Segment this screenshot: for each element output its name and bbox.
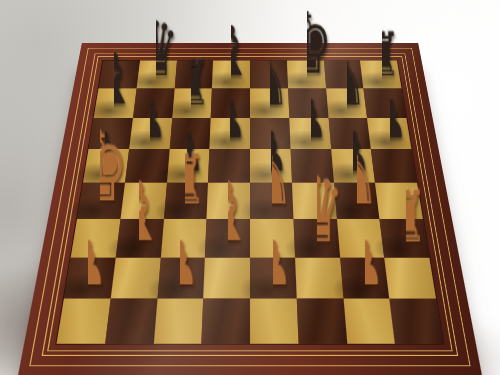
square-a2: ♟: [64, 257, 116, 299]
square-c7: ♜: [172, 88, 212, 117]
square-g2: ♟: [340, 257, 390, 299]
square-f1: [297, 299, 347, 344]
square-c4: ♜: [164, 183, 209, 219]
square-f6: ♟: [289, 118, 331, 149]
square-b1: [105, 299, 157, 344]
square-e1: [250, 299, 298, 344]
square-d8: ♝: [212, 61, 250, 89]
square-e7: ♞: [250, 88, 289, 117]
perspective-wrapper: ♛♝♚♜♝♜♞♞♟♟♟♟♟♟♟♟♚♜♞♞♝♝♛♜♟♟♟♟: [0, 0, 500, 375]
square-h2: [384, 257, 436, 299]
chess-board-frame: ♛♝♚♜♝♜♞♞♟♟♟♟♟♟♟♟♚♜♞♞♝♝♛♜♟♟♟♟: [18, 43, 482, 375]
square-c1: [153, 299, 203, 344]
square-e4: ♞: [250, 183, 293, 219]
square-b8: ♛: [136, 61, 176, 89]
board-grid: ♛♝♚♜♝♜♞♞♟♟♟♟♟♟♟♟♚♜♞♞♝♝♛♜♟♟♟♟: [57, 61, 444, 344]
square-h3: ♜: [380, 219, 430, 258]
square-d1: [202, 299, 250, 344]
square-d3: ♝: [205, 219, 250, 258]
square-c2: ♟: [157, 257, 205, 299]
photo-background: ♛♝♚♜♝♜♞♞♟♟♟♟♟♟♟♟♚♜♞♞♝♝♛♜♟♟♟♟: [0, 0, 500, 375]
square-e2: ♟: [250, 257, 297, 299]
square-f3: ♛: [293, 219, 339, 258]
square-a1: [57, 299, 111, 344]
square-d6: ♟: [210, 118, 250, 149]
square-g7: ♞: [326, 88, 368, 117]
square-g1: [343, 299, 395, 344]
square-h1: [390, 299, 444, 344]
square-b3: ♝: [116, 219, 164, 258]
square-f8: ♚: [287, 61, 326, 89]
